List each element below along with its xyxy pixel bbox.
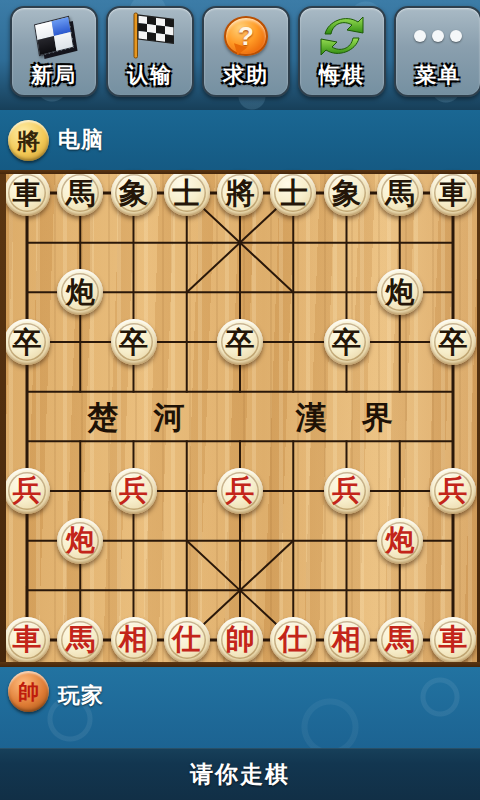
board-frame-top: [0, 170, 480, 174]
resign-button[interactable]: 认输: [106, 6, 194, 97]
board-cell-3-7[interactable]: [373, 317, 426, 367]
board-cell-5-2[interactable]: [107, 416, 160, 466]
board-cell-2-7[interactable]: 炮: [373, 268, 426, 318]
checkerboard-cube-icon: [36, 8, 72, 64]
board-cell-3-6[interactable]: 卒: [320, 317, 373, 367]
board-cell-1-1[interactable]: [54, 218, 107, 268]
board-cell-9-5[interactable]: 仕: [267, 615, 320, 665]
board-cell-7-2[interactable]: [107, 516, 160, 566]
black-general-piece-icon: 將: [8, 120, 49, 161]
piece-red-soldier[interactable]: 兵: [4, 468, 50, 514]
board-cell-0-8[interactable]: 車: [426, 168, 479, 218]
piece-red-soldier[interactable]: 兵: [430, 468, 476, 514]
board-cell-6-8[interactable]: 兵: [426, 466, 479, 516]
board-cell-4-3[interactable]: [160, 367, 213, 417]
board-cell-2-3[interactable]: [160, 268, 213, 318]
piece-red-soldier[interactable]: 兵: [111, 468, 157, 514]
board-cell-2-5[interactable]: [267, 268, 320, 318]
board-cell-4-1[interactable]: [54, 367, 107, 417]
board-grid: 車馬象士將士象馬車炮炮卒卒卒卒卒兵兵兵兵兵炮炮車馬相仕帥仕相馬車: [0, 168, 479, 665]
board-cell-6-0[interactable]: 兵: [0, 466, 53, 516]
top-player-label: 电脑: [58, 125, 104, 155]
board-cell-0-5[interactable]: 士: [267, 168, 320, 218]
piece-red-elephant[interactable]: 相: [324, 617, 370, 663]
board-cell-6-2[interactable]: 兵: [107, 466, 160, 516]
piece-black-elephant[interactable]: 象: [324, 170, 370, 216]
board-cell-4-7[interactable]: [373, 367, 426, 417]
board-cell-7-4[interactable]: [213, 516, 266, 566]
piece-black-elephant[interactable]: 象: [111, 170, 157, 216]
board-cell-1-5[interactable]: [267, 218, 320, 268]
piece-red-soldier[interactable]: 兵: [324, 468, 370, 514]
board-cell-4-8[interactable]: [426, 367, 479, 417]
bottom-player-label: 玩家: [58, 681, 104, 711]
board-cell-6-1[interactable]: [54, 466, 107, 516]
board-cell-5-4[interactable]: [213, 416, 266, 466]
board-cell-4-4[interactable]: [213, 367, 266, 417]
board-cell-7-3[interactable]: [160, 516, 213, 566]
board-cell-0-4[interactable]: 將: [213, 168, 266, 218]
board-cell-9-6[interactable]: 相: [320, 615, 373, 665]
board-cell-4-2[interactable]: [107, 367, 160, 417]
toolbar: 新局 认输: [0, 0, 480, 110]
board-cell-9-4[interactable]: 帥: [213, 615, 266, 665]
board-cell-1-0[interactable]: [0, 218, 53, 268]
board-cell-4-0[interactable]: [0, 367, 53, 417]
board-cell-8-3[interactable]: [160, 565, 213, 615]
board-cell-2-6[interactable]: [320, 268, 373, 318]
board-cell-9-3[interactable]: 仕: [160, 615, 213, 665]
piece-red-elephant[interactable]: 相: [111, 617, 157, 663]
board-cell-2-2[interactable]: [107, 268, 160, 318]
piece-black-chariot[interactable]: 車: [430, 170, 476, 216]
piece-black-advisor[interactable]: 士: [270, 170, 316, 216]
board-cell-3-3[interactable]: [160, 317, 213, 367]
piece-black-cannon[interactable]: 炮: [377, 269, 423, 315]
board-cell-0-7[interactable]: 馬: [373, 168, 426, 218]
board-cell-9-7[interactable]: 馬: [373, 615, 426, 665]
board-cell-4-6[interactable]: [320, 367, 373, 417]
piece-red-horse[interactable]: 馬: [57, 617, 103, 663]
piece-black-soldier[interactable]: 卒: [217, 319, 263, 365]
board-frame-left: [0, 170, 6, 667]
board-cell-9-0[interactable]: 車: [0, 615, 53, 665]
piece-black-horse[interactable]: 馬: [377, 170, 423, 216]
ellipsis-dots-icon: [414, 8, 462, 64]
board-cell-0-6[interactable]: 象: [320, 168, 373, 218]
question-bubble-icon: ?: [224, 8, 268, 64]
piece-red-horse[interactable]: 馬: [377, 617, 423, 663]
board-cell-5-5[interactable]: [267, 416, 320, 466]
board-cell-9-8[interactable]: 車: [426, 615, 479, 665]
board-cell-8-6[interactable]: [320, 565, 373, 615]
status-bar: 请你走棋: [0, 748, 480, 800]
green-cycle-arrows-icon: [317, 8, 367, 64]
piece-black-soldier[interactable]: 卒: [324, 319, 370, 365]
board-cell-8-7[interactable]: [373, 565, 426, 615]
bottom-player-bar: 帥 玩家: [0, 667, 480, 748]
board-cell-8-8[interactable]: [426, 565, 479, 615]
board-cell-5-0[interactable]: [0, 416, 53, 466]
help-button[interactable]: ? 求助: [202, 6, 290, 97]
piece-black-soldier[interactable]: 卒: [4, 319, 50, 365]
board-cell-7-8[interactable]: [426, 516, 479, 566]
board-cell-6-5[interactable]: [267, 466, 320, 516]
piece-red-cannon[interactable]: 炮: [377, 518, 423, 564]
board-cell-1-4[interactable]: [213, 218, 266, 268]
board-cell-5-7[interactable]: [373, 416, 426, 466]
board-cell-2-0[interactable]: [0, 268, 53, 318]
board-cell-5-3[interactable]: [160, 416, 213, 466]
red-general-piece-icon: 帥: [8, 671, 49, 712]
board-cell-7-5[interactable]: [267, 516, 320, 566]
piece-red-general[interactable]: 帥: [217, 617, 263, 663]
board-cell-7-7[interactable]: 炮: [373, 516, 426, 566]
top-player-bar: 將 电脑: [0, 110, 480, 170]
board-cell-8-5[interactable]: [267, 565, 320, 615]
piece-red-chariot[interactable]: 車: [430, 617, 476, 663]
checkered-flag-icon: [126, 8, 174, 64]
board-cell-5-1[interactable]: [54, 416, 107, 466]
status-text: 请你走棋: [190, 759, 290, 790]
board-cell-9-2[interactable]: 相: [107, 615, 160, 665]
new-game-label: 新局: [31, 64, 77, 85]
board-cell-5-8[interactable]: [426, 416, 479, 466]
board-cell-8-2[interactable]: [107, 565, 160, 615]
board-cell-0-2[interactable]: 象: [107, 168, 160, 218]
board-cell-3-4[interactable]: 卒: [213, 317, 266, 367]
piece-red-soldier[interactable]: 兵: [217, 468, 263, 514]
board-cell-3-2[interactable]: 卒: [107, 317, 160, 367]
board-cell-2-4[interactable]: [213, 268, 266, 318]
board-cell-8-4[interactable]: [213, 565, 266, 615]
board-cell-6-4[interactable]: 兵: [213, 466, 266, 516]
undo-label: 悔棋: [319, 64, 365, 85]
board-cell-1-7[interactable]: [373, 218, 426, 268]
menu-label: 菜单: [415, 64, 461, 85]
board-cell-2-8[interactable]: [426, 268, 479, 318]
board-cell-3-0[interactable]: 卒: [0, 317, 53, 367]
board-cell-0-0[interactable]: 車: [0, 168, 53, 218]
board-cell-8-1[interactable]: [54, 565, 107, 615]
board-cell-1-8[interactable]: [426, 218, 479, 268]
piece-black-advisor[interactable]: 士: [164, 170, 210, 216]
new-game-button[interactable]: 新局: [10, 6, 98, 97]
board-cell-7-0[interactable]: [0, 516, 53, 566]
xiangqi-app: 新局 认输: [0, 0, 480, 800]
resign-label: 认输: [127, 64, 173, 85]
piece-red-chariot[interactable]: 車: [4, 617, 50, 663]
piece-black-soldier[interactable]: 卒: [430, 319, 476, 365]
piece-black-soldier[interactable]: 卒: [111, 319, 157, 365]
help-label: 求助: [223, 64, 269, 85]
undo-button[interactable]: 悔棋: [298, 6, 386, 97]
piece-black-cannon[interactable]: 炮: [57, 269, 103, 315]
board-cell-2-1[interactable]: 炮: [54, 268, 107, 318]
piece-red-advisor[interactable]: 仕: [164, 617, 210, 663]
board-cell-1-2[interactable]: [107, 218, 160, 268]
board-cell-0-1[interactable]: 馬: [54, 168, 107, 218]
board-cell-8-0[interactable]: [0, 565, 53, 615]
piece-black-general[interactable]: 將: [217, 170, 263, 216]
piece-red-cannon[interactable]: 炮: [57, 518, 103, 564]
board-cell-3-8[interactable]: 卒: [426, 317, 479, 367]
board-cell-7-1[interactable]: 炮: [54, 516, 107, 566]
board-cell-1-3[interactable]: [160, 218, 213, 268]
xiangqi-board: 楚 河 漢 界 車馬象士將士象馬車炮炮卒卒卒卒卒兵兵兵兵兵炮炮車馬相仕帥仕相馬車: [0, 170, 480, 667]
menu-button[interactable]: 菜单: [394, 6, 480, 97]
board-cell-1-6[interactable]: [320, 218, 373, 268]
board-cell-3-5[interactable]: [267, 317, 320, 367]
piece-black-horse[interactable]: 馬: [57, 170, 103, 216]
piece-red-advisor[interactable]: 仕: [270, 617, 316, 663]
board-cell-0-3[interactable]: 士: [160, 168, 213, 218]
board-cell-5-6[interactable]: [320, 416, 373, 466]
board-cell-4-5[interactable]: [267, 367, 320, 417]
board-cell-3-1[interactable]: [54, 317, 107, 367]
board-cell-6-6[interactable]: 兵: [320, 466, 373, 516]
piece-black-chariot[interactable]: 車: [4, 170, 50, 216]
board-cell-7-6[interactable]: [320, 516, 373, 566]
board-cell-6-7[interactable]: [373, 466, 426, 516]
board-cell-9-1[interactable]: 馬: [54, 615, 107, 665]
board-cell-6-3[interactable]: [160, 466, 213, 516]
